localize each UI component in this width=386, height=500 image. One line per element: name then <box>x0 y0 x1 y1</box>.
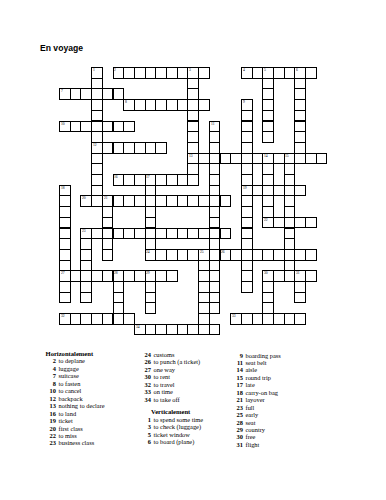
clue-number: 12 <box>44 395 59 402</box>
clue-number: 22 <box>44 432 59 439</box>
cell-r19c23[interactable] <box>305 270 317 282</box>
cell-number-9: 9 <box>243 100 245 104</box>
cell-number-25: 25 <box>200 250 204 254</box>
cell-number-4: 4 <box>243 68 245 72</box>
clue-across-20: 20first class <box>44 425 154 432</box>
cell-r0c13[interactable] <box>198 67 210 79</box>
clue-number: 2 <box>44 357 59 364</box>
clue-down-5: 5ticket window <box>139 431 239 438</box>
cell-number-20: 20 <box>82 196 86 200</box>
cell-r15c15[interactable] <box>220 228 232 240</box>
cell-number-29: 29 <box>146 271 150 275</box>
cell-number-22: 22 <box>264 218 268 222</box>
clue-number: 6 <box>139 438 154 445</box>
clue-text: full <box>246 404 255 411</box>
clue-text: free <box>246 433 256 440</box>
clue-number: 19 <box>44 417 59 424</box>
clue-text: business class <box>59 439 95 446</box>
clue-across-8: 8to fasten <box>44 380 154 387</box>
clue-text: late <box>246 381 255 388</box>
cell-number-15: 15 <box>285 154 289 158</box>
cell-number-18: 18 <box>61 186 65 190</box>
clue-number: 27 <box>139 366 154 373</box>
cell-number-24: 24 <box>146 250 150 254</box>
clue-down-29: 29country <box>231 426 351 433</box>
clue-down-6: 6to board (plane) <box>139 438 239 445</box>
across-header: Horizontalement <box>46 350 155 357</box>
clue-number: 4 <box>44 365 59 372</box>
clue-down-18: 18carry-on bag <box>231 389 351 396</box>
puzzle-title: En voyage <box>40 43 83 53</box>
cell-number-7: 7 <box>61 89 63 93</box>
clue-across-10: 10to cancel <box>44 387 154 394</box>
cell-number-21: 21 <box>104 196 108 200</box>
clue-across-22: 22to miss <box>44 432 154 439</box>
clue-text: nothing to declare <box>59 402 105 409</box>
clue-number: 14 <box>231 366 246 373</box>
down-clues-part1: 1to spend some time3to check (luggage)5t… <box>139 416 239 446</box>
cell-number-12: 12 <box>93 143 97 147</box>
cell-r24c14[interactable] <box>209 324 221 336</box>
cell-r3c13[interactable] <box>198 99 210 111</box>
clue-text: seat <box>246 419 256 426</box>
cell-number-14: 14 <box>264 154 268 158</box>
cell-r21c22[interactable] <box>294 292 306 304</box>
down-header: Verticalement <box>151 408 239 415</box>
clue-text: customs <box>154 351 175 358</box>
cell-number-31: 31 <box>296 271 300 275</box>
clue-number: 16 <box>44 410 59 417</box>
clue-down-17: 17late <box>231 381 351 388</box>
clue-text: luggage <box>59 365 79 372</box>
clue-number: 7 <box>44 372 59 379</box>
clue-down-21: 21layover <box>231 396 351 403</box>
clue-number: 11 <box>231 359 246 366</box>
cell-number-19: 19 <box>243 186 247 190</box>
cell-r5c6[interactable] <box>123 121 135 133</box>
cell-number-30: 30 <box>264 271 268 275</box>
clue-across-16: 16to land <box>44 410 154 417</box>
cell-r14c23[interactable] <box>305 217 317 229</box>
clue-down-28: 28seat <box>231 419 351 426</box>
clue-across-32: 32to travel <box>139 381 239 388</box>
across-clues-part2: 24customs26to punch (a ticket)27one way3… <box>139 351 239 403</box>
clue-number: 34 <box>139 396 154 403</box>
clue-text: suitcase <box>59 372 79 379</box>
clue-text: backpack <box>59 395 83 402</box>
cell-r0c23[interactable] <box>305 67 317 79</box>
cell-number-13: 13 <box>189 154 193 158</box>
clue-across-7: 7suitcase <box>44 372 154 379</box>
clue-column-2: 24customs26to punch (a ticket)27one way3… <box>139 351 239 446</box>
clue-number: 15 <box>231 374 246 381</box>
cell-number-16: 16 <box>114 175 118 179</box>
cell-r22c8[interactable] <box>145 302 157 314</box>
clue-across-27: 27one way <box>139 366 239 373</box>
clue-number: 30 <box>139 373 154 380</box>
clue-number: 17 <box>231 381 246 388</box>
clue-column-1: Horizontalement 2to deplane4luggage7suit… <box>44 350 154 447</box>
clue-text: early <box>246 411 259 418</box>
clue-number: 20 <box>44 425 59 432</box>
clue-number: 3 <box>139 423 154 430</box>
cell-number-10: 10 <box>61 122 65 126</box>
clue-text: to travel <box>154 381 175 388</box>
clue-number: 25 <box>231 411 246 418</box>
clue-across-19: 19ticket <box>44 417 154 424</box>
clue-down-23: 23full <box>231 404 351 411</box>
clue-down-3: 3to check (luggage) <box>139 423 239 430</box>
across-clues-part1: 2to deplane4luggage7suitcase8to fasten10… <box>44 357 154 446</box>
cell-r10c12[interactable] <box>187 174 199 186</box>
cell-r17c23[interactable] <box>305 249 317 261</box>
clue-across-2: 2to deplane <box>44 357 154 364</box>
clue-text: to board (plane) <box>154 438 195 445</box>
clue-text: country <box>246 426 266 433</box>
clue-number: 24 <box>139 351 154 358</box>
cell-number-8: 8 <box>125 100 127 104</box>
clue-down-31: 31flight <box>231 441 351 448</box>
clue-text: on time <box>154 388 173 395</box>
cell-number-1: 1 <box>93 68 95 72</box>
clue-text: to land <box>59 410 77 417</box>
down-clues-part2: 9boarding pass11seat belt14aisle15round … <box>231 352 351 449</box>
clue-text: ticket window <box>154 431 190 438</box>
clue-number: 28 <box>231 419 246 426</box>
clue-down-30: 30free <box>231 433 351 440</box>
clue-down-9: 9boarding pass <box>231 352 351 359</box>
cell-number-3: 3 <box>189 68 191 72</box>
clue-number: 29 <box>231 426 246 433</box>
clue-text: ticket <box>59 417 73 424</box>
clue-number: 8 <box>44 380 59 387</box>
cell-r6c19[interactable] <box>262 131 274 143</box>
clue-text: to deplane <box>59 357 85 364</box>
clue-text: carry-on bag <box>246 389 278 396</box>
clue-across-33: 33on time <box>139 388 239 395</box>
cell-r17c4[interactable] <box>102 249 114 261</box>
clue-number: 32 <box>139 381 154 388</box>
clue-text: to punch (a ticket) <box>154 358 201 365</box>
clue-number: 30 <box>231 433 246 440</box>
clue-across-4: 4luggage <box>44 365 154 372</box>
clue-number: 26 <box>139 358 154 365</box>
clue-text: layover <box>246 396 265 403</box>
clue-number: 23 <box>231 404 246 411</box>
crossword-worksheet: En voyage 123456789101112131415161718192… <box>0 0 386 500</box>
clue-text: seat belt <box>246 359 267 366</box>
clue-number: 31 <box>231 441 246 448</box>
clue-text: first class <box>59 425 83 432</box>
clue-number: 18 <box>231 389 246 396</box>
cell-r21c2[interactable] <box>80 292 92 304</box>
clue-number: 23 <box>44 439 59 446</box>
clue-down-25: 25early <box>231 411 351 418</box>
cell-r22c14[interactable] <box>209 302 221 314</box>
cell-number-34: 34 <box>136 325 140 329</box>
clue-number: 21 <box>231 396 246 403</box>
clue-down-14: 14aisle <box>231 366 351 373</box>
clue-text: to miss <box>59 432 77 439</box>
clue-number: 33 <box>139 388 154 395</box>
cell-number-26: 26 <box>221 250 225 254</box>
cell-number-11: 11 <box>211 122 215 126</box>
cell-number-32: 32 <box>61 314 65 318</box>
cell-number-23: 23 <box>82 229 86 233</box>
clue-across-12: 12backpack <box>44 395 154 402</box>
clue-text: to rent <box>154 373 171 380</box>
clue-text: one way <box>154 366 175 373</box>
clue-column-3: 9boarding pass11seat belt14aisle15round … <box>231 352 351 449</box>
clue-down-15: 15round trip <box>231 374 351 381</box>
clue-down-1: 1to spend some time <box>139 416 239 423</box>
clue-text: to take off <box>154 396 180 403</box>
clue-across-34: 34to take off <box>139 396 239 403</box>
clue-across-26: 26to punch (a ticket) <box>139 358 239 365</box>
cell-r7c9[interactable] <box>155 142 167 154</box>
cell-number-6: 6 <box>296 68 298 72</box>
cell-number-33: 33 <box>232 314 236 318</box>
cell-r11c22[interactable] <box>294 185 306 197</box>
clue-text: boarding pass <box>246 352 281 359</box>
clue-text: round trip <box>246 374 271 381</box>
clue-across-30: 30to rent <box>139 373 239 380</box>
clue-across-23: 23business class <box>44 439 154 446</box>
clue-number: 13 <box>44 402 59 409</box>
cell-r12c15[interactable] <box>220 195 232 207</box>
clue-across-24: 24customs <box>139 351 239 358</box>
cell-number-17: 17 <box>146 175 150 179</box>
cell-r21c0[interactable] <box>59 292 71 304</box>
cell-number-28: 28 <box>114 271 118 275</box>
clue-text: to spend some time <box>154 416 204 423</box>
clue-down-11: 11seat belt <box>231 359 351 366</box>
cell-r20c17[interactable] <box>241 281 253 293</box>
cell-r23c22[interactable] <box>294 313 306 325</box>
clue-text: aisle <box>246 366 258 373</box>
clue-text: flight <box>246 441 260 448</box>
cell-number-2: 2 <box>114 68 116 72</box>
cell-number-5: 5 <box>264 68 266 72</box>
cell-r19c10[interactable] <box>166 270 178 282</box>
clue-number: 10 <box>44 387 59 394</box>
cell-number-27: 27 <box>61 271 65 275</box>
clue-number: 9 <box>231 352 246 359</box>
cell-r8c24[interactable] <box>316 153 328 165</box>
clue-across-13: 13nothing to declare <box>44 402 154 409</box>
clue-text: to check (luggage) <box>154 423 202 430</box>
clue-text: to cancel <box>59 387 82 394</box>
clue-text: to fasten <box>59 380 81 387</box>
clue-number: 1 <box>139 416 154 423</box>
clue-number: 5 <box>139 431 154 438</box>
